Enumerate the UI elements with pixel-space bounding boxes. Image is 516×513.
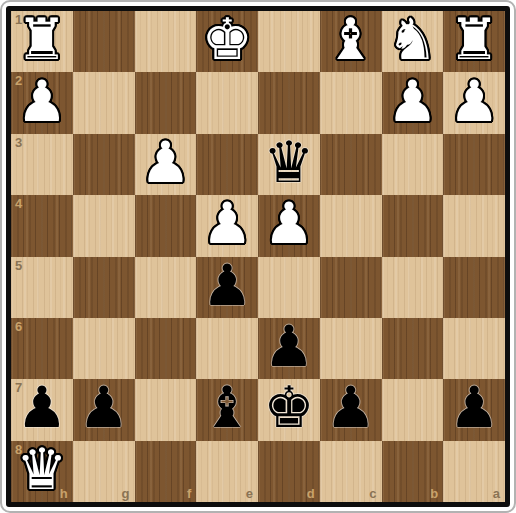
square-e3[interactable]	[196, 134, 258, 195]
square-f2[interactable]	[135, 72, 197, 133]
white-pawn-piece[interactable]: ♟	[16, 73, 67, 130]
white-rook-piece[interactable]: ♜	[449, 11, 500, 68]
square-c8[interactable]: c	[320, 441, 382, 502]
white-pawn-piece[interactable]: ♟	[202, 195, 253, 252]
square-b2[interactable]: ♟	[382, 72, 444, 133]
square-h5[interactable]: 5	[11, 257, 73, 318]
rank-label-4: 4	[15, 196, 22, 211]
white-knight-piece[interactable]: ♞	[387, 11, 438, 68]
square-f8[interactable]: f	[135, 441, 197, 502]
square-a6[interactable]	[443, 318, 505, 379]
square-d1[interactable]	[258, 11, 320, 72]
black-pawn-piece[interactable]: ♟	[325, 379, 376, 436]
black-queen-piece[interactable]: ♛	[263, 134, 314, 191]
square-a7[interactable]: ♟	[443, 379, 505, 440]
square-b8[interactable]: b	[382, 441, 444, 502]
square-b6[interactable]	[382, 318, 444, 379]
black-pawn-piece[interactable]: ♟	[78, 379, 129, 436]
square-h3[interactable]: 3	[11, 134, 73, 195]
square-a5[interactable]	[443, 257, 505, 318]
board-border: 1♜♚♝♞♜2♟♟♟3♟♛4♟♟5♟6♟7♟♟♝♚♟♟8h♛gfedcba	[6, 6, 510, 507]
square-d2[interactable]	[258, 72, 320, 133]
white-pawn-piece[interactable]: ♟	[449, 73, 500, 130]
square-c1[interactable]: ♝	[320, 11, 382, 72]
white-pawn-piece[interactable]: ♟	[140, 134, 191, 191]
square-d4[interactable]: ♟	[258, 195, 320, 256]
square-c5[interactable]	[320, 257, 382, 318]
square-b4[interactable]	[382, 195, 444, 256]
square-g8[interactable]: g	[73, 441, 135, 502]
image-frame: 1♜♚♝♞♜2♟♟♟3♟♛4♟♟5♟6♟7♟♟♝♚♟♟8h♛gfedcba	[0, 0, 516, 513]
square-d3[interactable]: ♛	[258, 134, 320, 195]
square-h7[interactable]: 7♟	[11, 379, 73, 440]
black-pawn-piece[interactable]: ♟	[16, 379, 67, 436]
square-e6[interactable]	[196, 318, 258, 379]
black-king-piece[interactable]: ♚	[263, 379, 314, 436]
square-d6[interactable]: ♟	[258, 318, 320, 379]
square-f4[interactable]	[135, 195, 197, 256]
square-f1[interactable]	[135, 11, 197, 72]
file-label-f: f	[187, 486, 191, 501]
square-a1[interactable]: ♜	[443, 11, 505, 72]
square-e8[interactable]: e	[196, 441, 258, 502]
square-f7[interactable]	[135, 379, 197, 440]
rank-label-6: 6	[15, 319, 22, 334]
square-f3[interactable]: ♟	[135, 134, 197, 195]
square-g5[interactable]	[73, 257, 135, 318]
square-a8[interactable]: a	[443, 441, 505, 502]
file-label-g: g	[122, 486, 130, 501]
file-label-a: a	[493, 486, 500, 501]
black-pawn-piece[interactable]: ♟	[449, 379, 500, 436]
white-queen-piece[interactable]: ♛	[16, 441, 67, 498]
square-a2[interactable]: ♟	[443, 72, 505, 133]
square-b3[interactable]	[382, 134, 444, 195]
file-label-d: d	[307, 486, 315, 501]
square-a4[interactable]	[443, 195, 505, 256]
square-b5[interactable]	[382, 257, 444, 318]
chess-board: 1♜♚♝♞♜2♟♟♟3♟♛4♟♟5♟6♟7♟♟♝♚♟♟8h♛gfedcba	[11, 11, 505, 502]
square-h2[interactable]: 2♟	[11, 72, 73, 133]
rank-label-3: 3	[15, 135, 22, 150]
square-g6[interactable]	[73, 318, 135, 379]
square-h4[interactable]: 4	[11, 195, 73, 256]
square-e7[interactable]: ♝	[196, 379, 258, 440]
square-f6[interactable]	[135, 318, 197, 379]
square-b1[interactable]: ♞	[382, 11, 444, 72]
black-pawn-piece[interactable]: ♟	[263, 318, 314, 375]
square-g4[interactable]	[73, 195, 135, 256]
square-h6[interactable]: 6	[11, 318, 73, 379]
square-c4[interactable]	[320, 195, 382, 256]
file-label-c: c	[369, 486, 376, 501]
square-d5[interactable]	[258, 257, 320, 318]
file-label-b: b	[430, 486, 438, 501]
square-g3[interactable]	[73, 134, 135, 195]
square-h1[interactable]: 1♜	[11, 11, 73, 72]
file-label-e: e	[246, 486, 253, 501]
square-c2[interactable]	[320, 72, 382, 133]
square-c7[interactable]: ♟	[320, 379, 382, 440]
white-pawn-piece[interactable]: ♟	[263, 195, 314, 252]
square-e1[interactable]: ♚	[196, 11, 258, 72]
black-bishop-piece[interactable]: ♝	[202, 379, 253, 436]
square-d8[interactable]: d	[258, 441, 320, 502]
square-g7[interactable]: ♟	[73, 379, 135, 440]
white-king-piece[interactable]: ♚	[202, 11, 253, 68]
square-g1[interactable]	[73, 11, 135, 72]
square-e5[interactable]: ♟	[196, 257, 258, 318]
square-a3[interactable]	[443, 134, 505, 195]
rank-label-5: 5	[15, 258, 22, 273]
square-c6[interactable]	[320, 318, 382, 379]
white-pawn-piece[interactable]: ♟	[387, 73, 438, 130]
white-bishop-piece[interactable]: ♝	[325, 11, 376, 68]
white-rook-piece[interactable]: ♜	[16, 11, 67, 68]
square-h8[interactable]: 8h♛	[11, 441, 73, 502]
black-pawn-piece[interactable]: ♟	[202, 257, 253, 314]
square-f5[interactable]	[135, 257, 197, 318]
square-e2[interactable]	[196, 72, 258, 133]
square-d7[interactable]: ♚	[258, 379, 320, 440]
square-b7[interactable]	[382, 379, 444, 440]
square-c3[interactable]	[320, 134, 382, 195]
square-g2[interactable]	[73, 72, 135, 133]
square-e4[interactable]: ♟	[196, 195, 258, 256]
